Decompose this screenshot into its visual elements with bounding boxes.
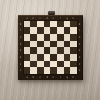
coord-label-1: 1 — [20, 69, 22, 72]
coord-label-c: c — [39, 17, 42, 20]
square-b3[interactable] — [30, 54, 37, 61]
square-h5[interactable] — [70, 41, 77, 48]
square-c2[interactable] — [37, 61, 44, 68]
square-e5[interactable] — [50, 41, 57, 48]
square-b2[interactable] — [30, 61, 37, 68]
coord-label-2: 2 — [20, 62, 22, 65]
coord-label-f: f — [59, 17, 62, 20]
coord-label-8: 8 — [79, 23, 81, 26]
square-h3[interactable] — [70, 54, 77, 61]
square-e6[interactable] — [50, 34, 57, 41]
square-c1[interactable] — [37, 67, 44, 74]
square-d5[interactable] — [44, 41, 51, 48]
rank-labels-right: 87654321 — [77, 21, 82, 74]
square-g7[interactable] — [64, 27, 71, 34]
square-d2[interactable] — [44, 61, 51, 68]
coord-label-1: 1 — [79, 69, 81, 72]
coord-label-6: 6 — [20, 36, 22, 39]
square-a7[interactable] — [24, 27, 31, 34]
square-e7[interactable] — [50, 27, 57, 34]
square-e4[interactable] — [50, 47, 57, 54]
file-labels-bottom: abcdefgh — [24, 74, 77, 79]
square-h8[interactable] — [70, 21, 77, 28]
coord-label-a: a — [26, 76, 29, 79]
square-b1[interactable] — [30, 67, 37, 74]
coord-label-3: 3 — [79, 56, 81, 59]
coord-label-e: e — [52, 76, 55, 79]
coord-label-4: 4 — [20, 49, 22, 52]
square-d1[interactable] — [44, 67, 51, 74]
square-f4[interactable] — [57, 47, 64, 54]
table-background: abcdefgh abcdefgh 87654321 87654321 — [0, 0, 100, 100]
square-g2[interactable] — [64, 61, 71, 68]
coord-label-2: 2 — [79, 62, 81, 65]
coord-label-b: b — [32, 17, 35, 20]
square-f2[interactable] — [57, 61, 64, 68]
square-d3[interactable] — [44, 54, 51, 61]
square-f5[interactable] — [57, 41, 64, 48]
coord-label-7: 7 — [79, 29, 81, 32]
coord-label-6: 6 — [79, 36, 81, 39]
square-d8[interactable] — [44, 21, 51, 28]
square-h4[interactable] — [70, 47, 77, 54]
square-e1[interactable] — [50, 67, 57, 74]
coord-label-a: a — [26, 17, 29, 20]
square-c5[interactable] — [37, 41, 44, 48]
coord-label-5: 5 — [20, 43, 22, 46]
square-a5[interactable] — [24, 41, 31, 48]
square-f7[interactable] — [57, 27, 64, 34]
coord-label-5: 5 — [79, 43, 81, 46]
square-g6[interactable] — [64, 34, 71, 41]
square-h6[interactable] — [70, 34, 77, 41]
square-b7[interactable] — [30, 27, 37, 34]
coord-label-7: 7 — [20, 29, 22, 32]
square-c6[interactable] — [37, 34, 44, 41]
square-d7[interactable] — [44, 27, 51, 34]
square-g1[interactable] — [64, 67, 71, 74]
square-e2[interactable] — [50, 61, 57, 68]
square-g8[interactable] — [64, 21, 71, 28]
coord-label-h: h — [72, 76, 75, 79]
board-field — [24, 21, 77, 74]
coord-label-d: d — [46, 76, 49, 79]
square-b5[interactable] — [30, 41, 37, 48]
square-b4[interactable] — [30, 47, 37, 54]
coord-label-e: e — [52, 17, 55, 20]
file-labels-top: abcdefgh — [24, 15, 77, 20]
square-a1[interactable] — [24, 67, 31, 74]
square-e3[interactable] — [50, 54, 57, 61]
square-a6[interactable] — [24, 34, 31, 41]
square-a4[interactable] — [24, 47, 31, 54]
square-c4[interactable] — [37, 47, 44, 54]
square-c3[interactable] — [37, 54, 44, 61]
square-d6[interactable] — [44, 34, 51, 41]
square-a8[interactable] — [24, 21, 31, 28]
coord-label-c: c — [39, 76, 42, 79]
square-h2[interactable] — [70, 61, 77, 68]
coord-label-g: g — [65, 76, 68, 79]
square-h1[interactable] — [70, 67, 77, 74]
square-f3[interactable] — [57, 54, 64, 61]
square-f1[interactable] — [57, 67, 64, 74]
coord-label-4: 4 — [79, 49, 81, 52]
square-h7[interactable] — [70, 27, 77, 34]
coord-label-g: g — [65, 17, 68, 20]
square-g4[interactable] — [64, 47, 71, 54]
square-g5[interactable] — [64, 41, 71, 48]
chess-board: abcdefgh abcdefgh 87654321 87654321 — [18, 15, 84, 81]
coord-label-f: f — [59, 76, 62, 79]
square-a3[interactable] — [24, 54, 31, 61]
square-b6[interactable] — [30, 34, 37, 41]
coord-label-b: b — [32, 76, 35, 79]
square-c7[interactable] — [37, 27, 44, 34]
coord-label-d: d — [46, 17, 49, 20]
square-f8[interactable] — [57, 21, 64, 28]
square-f6[interactable] — [57, 34, 64, 41]
coord-label-3: 3 — [20, 56, 22, 59]
square-b8[interactable] — [30, 21, 37, 28]
square-c8[interactable] — [37, 21, 44, 28]
square-e8[interactable] — [50, 21, 57, 28]
rank-labels-left: 87654321 — [18, 21, 23, 74]
square-a2[interactable] — [24, 61, 31, 68]
square-g3[interactable] — [64, 54, 71, 61]
coord-label-8: 8 — [20, 23, 22, 26]
square-d4[interactable] — [44, 47, 51, 54]
coord-label-h: h — [72, 17, 75, 20]
